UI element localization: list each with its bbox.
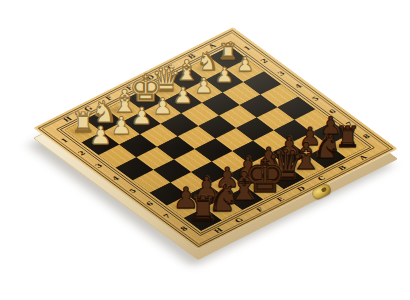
rank-label-right-6: 6 bbox=[327, 108, 337, 114]
file-label-near-f: F bbox=[255, 207, 265, 213]
file-label-far-b: B bbox=[186, 53, 197, 60]
file-label-far-c: C bbox=[166, 64, 177, 71]
file-label-near-c: C bbox=[316, 175, 327, 182]
rank-label-right-2: 2 bbox=[259, 58, 269, 64]
rank-label-left-4: 4 bbox=[111, 175, 121, 181]
rank-label-left-6: 6 bbox=[145, 200, 155, 206]
file-label-near-g: G bbox=[234, 217, 245, 224]
file-label-far-f: F bbox=[104, 95, 114, 101]
rank-label-left-3: 3 bbox=[94, 163, 104, 169]
file-label-near-b: B bbox=[337, 165, 348, 172]
chess-board: HHGGFFEEDDCCBBAA1122334455667788 bbox=[33, 27, 398, 250]
file-label-far-d: D bbox=[145, 74, 156, 81]
rank-label-right-1: 1 bbox=[242, 45, 252, 51]
file-label-far-a: A bbox=[207, 43, 218, 50]
chess-set-photo: HHGGFFEEDDCCBBAA1122334455667788 ♜♞♝♛♚♝♞… bbox=[0, 0, 410, 300]
file-label-far-g: G bbox=[83, 105, 94, 112]
rank-label-left-5: 5 bbox=[128, 188, 138, 194]
rank-label-right-8: 8 bbox=[361, 133, 371, 139]
file-label-near-h: H bbox=[213, 227, 225, 234]
rank-label-left-2: 2 bbox=[76, 150, 86, 156]
rank-label-left-1: 1 bbox=[59, 137, 69, 143]
file-label-far-e: E bbox=[125, 85, 136, 92]
file-label-near-e: E bbox=[275, 196, 286, 203]
file-label-near-a: A bbox=[358, 154, 369, 161]
rank-label-left-8: 8 bbox=[179, 226, 189, 232]
file-label-near-d: D bbox=[296, 186, 307, 193]
rank-label-right-3: 3 bbox=[276, 70, 286, 76]
rank-label-left-7: 7 bbox=[162, 213, 172, 219]
file-label-far-h: H bbox=[62, 116, 74, 123]
rank-label-right-5: 5 bbox=[310, 95, 320, 101]
rank-label-right-7: 7 bbox=[344, 121, 354, 127]
rank-label-right-4: 4 bbox=[293, 83, 303, 89]
